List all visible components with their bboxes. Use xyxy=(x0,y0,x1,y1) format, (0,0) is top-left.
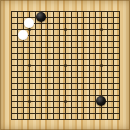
white-stone[interactable] xyxy=(18,30,28,40)
black-stone[interactable] xyxy=(36,12,46,22)
black-stone[interactable] xyxy=(96,96,106,106)
white-stone[interactable] xyxy=(24,18,34,28)
go-board xyxy=(0,0,130,130)
board-point[interactable] xyxy=(116,116,122,122)
